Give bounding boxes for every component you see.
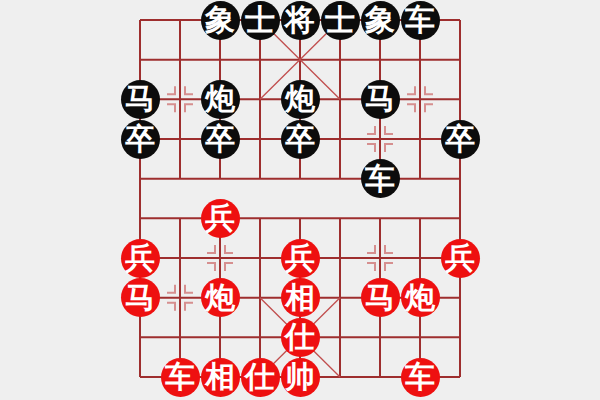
- point-f5-r2[interactable]: [320, 80, 360, 120]
- point-f7-r1[interactable]: [400, 40, 440, 80]
- point-f6-r4[interactable]: 车: [360, 159, 400, 199]
- board-grid: 象士将士象车马炮炮马卒卒卒卒车兵兵兵兵马炮相马炮仕车相仕帅车: [120, 0, 480, 397]
- point-f5-r9[interactable]: [320, 357, 360, 397]
- black-soldier[interactable]: 卒: [121, 120, 160, 159]
- red-soldier[interactable]: 兵: [281, 239, 320, 278]
- point-f7-r5[interactable]: [400, 199, 440, 239]
- red-cannon[interactable]: 炮: [201, 278, 240, 317]
- point-f1-r5[interactable]: [160, 199, 200, 239]
- point-f0-r5[interactable]: [120, 199, 160, 239]
- point-f0-r3[interactable]: 卒: [120, 119, 160, 159]
- point-f2-r0[interactable]: 象: [200, 0, 240, 40]
- point-f2-r7[interactable]: 炮: [200, 278, 240, 318]
- point-f1-r0[interactable]: [160, 0, 200, 40]
- point-f4-r7[interactable]: 相: [280, 278, 320, 318]
- point-f8-r6[interactable]: 兵: [440, 238, 480, 278]
- point-f7-r2[interactable]: [400, 80, 440, 120]
- point-f6-r0[interactable]: 象: [360, 0, 400, 40]
- point-f8-r1[interactable]: [440, 40, 480, 80]
- point-f0-r7[interactable]: 马: [120, 278, 160, 318]
- point-f1-r7[interactable]: [160, 278, 200, 318]
- point-f8-r8[interactable]: [440, 318, 480, 358]
- black-soldier[interactable]: 卒: [441, 120, 480, 159]
- red-soldier[interactable]: 兵: [441, 239, 480, 278]
- black-advisor[interactable]: 士: [241, 1, 280, 40]
- red-elephant[interactable]: 相: [281, 278, 320, 317]
- point-f5-r3[interactable]: [320, 119, 360, 159]
- red-chariot[interactable]: 车: [161, 358, 200, 397]
- point-f0-r6[interactable]: 兵: [120, 238, 160, 278]
- point-f8-r0[interactable]: [440, 0, 480, 40]
- point-f7-r4[interactable]: [400, 159, 440, 199]
- point-f3-r7[interactable]: [240, 278, 280, 318]
- red-chariot[interactable]: 车: [401, 358, 440, 397]
- point-f4-r0[interactable]: 将: [280, 0, 320, 40]
- point-f8-r2[interactable]: [440, 80, 480, 120]
- point-f4-r5[interactable]: [280, 199, 320, 239]
- point-f6-r5[interactable]: [360, 199, 400, 239]
- point-f5-r6[interactable]: [320, 238, 360, 278]
- black-elephant[interactable]: 象: [361, 1, 400, 40]
- point-f4-r9[interactable]: 帅: [280, 357, 320, 397]
- point-f3-r6[interactable]: [240, 238, 280, 278]
- point-f8-r4[interactable]: [440, 159, 480, 199]
- point-f6-r7[interactable]: 马: [360, 278, 400, 318]
- point-f0-r2[interactable]: 马: [120, 80, 160, 120]
- black-soldier[interactable]: 卒: [201, 120, 240, 159]
- black-cannon[interactable]: 炮: [281, 80, 320, 119]
- point-f2-r9[interactable]: 相: [200, 357, 240, 397]
- point-f3-r2[interactable]: [240, 80, 280, 120]
- point-f0-r1[interactable]: [120, 40, 160, 80]
- point-f1-r4[interactable]: [160, 159, 200, 199]
- point-f0-r8[interactable]: [120, 318, 160, 358]
- point-f2-r6[interactable]: [200, 238, 240, 278]
- point-f1-r2[interactable]: [160, 80, 200, 120]
- point-f0-r4[interactable]: [120, 159, 160, 199]
- red-cannon[interactable]: 炮: [401, 278, 440, 317]
- black-cannon[interactable]: 炮: [201, 80, 240, 119]
- point-f6-r6[interactable]: [360, 238, 400, 278]
- red-advisor[interactable]: 仕: [241, 358, 280, 397]
- red-soldier[interactable]: 兵: [201, 199, 240, 238]
- point-f7-r9[interactable]: 车: [400, 357, 440, 397]
- point-f1-r3[interactable]: [160, 119, 200, 159]
- point-f5-r7[interactable]: [320, 278, 360, 318]
- point-f3-r1[interactable]: [240, 40, 280, 80]
- point-f8-r9[interactable]: [440, 357, 480, 397]
- point-f2-r3[interactable]: 卒: [200, 119, 240, 159]
- point-f0-r9[interactable]: [120, 357, 160, 397]
- point-f6-r8[interactable]: [360, 318, 400, 358]
- point-f4-r6[interactable]: 兵: [280, 238, 320, 278]
- point-f7-r8[interactable]: [400, 318, 440, 358]
- point-f5-r4[interactable]: [320, 159, 360, 199]
- red-horse[interactable]: 马: [121, 278, 160, 317]
- point-f0-r0[interactable]: [120, 0, 160, 40]
- point-f1-r6[interactable]: [160, 238, 200, 278]
- red-elephant[interactable]: 相: [201, 358, 240, 397]
- black-horse[interactable]: 马: [361, 80, 400, 119]
- black-chariot[interactable]: 车: [401, 1, 440, 40]
- point-f1-r9[interactable]: 车: [160, 357, 200, 397]
- point-f3-r4[interactable]: [240, 159, 280, 199]
- point-f4-r4[interactable]: [280, 159, 320, 199]
- point-f2-r4[interactable]: [200, 159, 240, 199]
- point-f3-r8[interactable]: [240, 318, 280, 358]
- point-f4-r1[interactable]: [280, 40, 320, 80]
- point-f4-r3[interactable]: 卒: [280, 119, 320, 159]
- black-chariot[interactable]: 车: [361, 159, 400, 198]
- point-f7-r0[interactable]: 车: [400, 0, 440, 40]
- point-f7-r6[interactable]: [400, 238, 440, 278]
- red-advisor[interactable]: 仕: [281, 318, 320, 357]
- black-horse[interactable]: 马: [121, 80, 160, 119]
- point-f6-r9[interactable]: [360, 357, 400, 397]
- point-f3-r5[interactable]: [240, 199, 280, 239]
- point-f2-r5[interactable]: 兵: [200, 199, 240, 239]
- point-f7-r7[interactable]: 炮: [400, 278, 440, 318]
- black-general[interactable]: 将: [281, 1, 320, 40]
- point-f3-r0[interactable]: 士: [240, 0, 280, 40]
- red-horse[interactable]: 马: [361, 278, 400, 317]
- point-f2-r8[interactable]: [200, 318, 240, 358]
- point-f3-r3[interactable]: [240, 119, 280, 159]
- red-general[interactable]: 帅: [281, 358, 320, 397]
- point-f6-r1[interactable]: [360, 40, 400, 80]
- point-f5-r0[interactable]: 士: [320, 0, 360, 40]
- point-f8-r5[interactable]: [440, 199, 480, 239]
- point-f6-r3[interactable]: [360, 119, 400, 159]
- point-f2-r2[interactable]: 炮: [200, 80, 240, 120]
- point-f8-r3[interactable]: 卒: [440, 119, 480, 159]
- point-f5-r5[interactable]: [320, 199, 360, 239]
- point-f7-r3[interactable]: [400, 119, 440, 159]
- point-f1-r8[interactable]: [160, 318, 200, 358]
- point-f6-r2[interactable]: 马: [360, 80, 400, 120]
- black-elephant[interactable]: 象: [201, 1, 240, 40]
- point-f2-r1[interactable]: [200, 40, 240, 80]
- point-f8-r7[interactable]: [440, 278, 480, 318]
- black-advisor[interactable]: 士: [321, 1, 360, 40]
- point-f5-r8[interactable]: [320, 318, 360, 358]
- point-f4-r8[interactable]: 仕: [280, 318, 320, 358]
- red-soldier[interactable]: 兵: [121, 239, 160, 278]
- xiangqi-board: 象士将士象车马炮炮马卒卒卒卒车兵兵兵兵马炮相马炮仕车相仕帅车: [0, 0, 600, 400]
- point-f3-r9[interactable]: 仕: [240, 357, 280, 397]
- point-f5-r1[interactable]: [320, 40, 360, 80]
- black-soldier[interactable]: 卒: [281, 120, 320, 159]
- point-f4-r2[interactable]: 炮: [280, 80, 320, 120]
- point-f1-r1[interactable]: [160, 40, 200, 80]
